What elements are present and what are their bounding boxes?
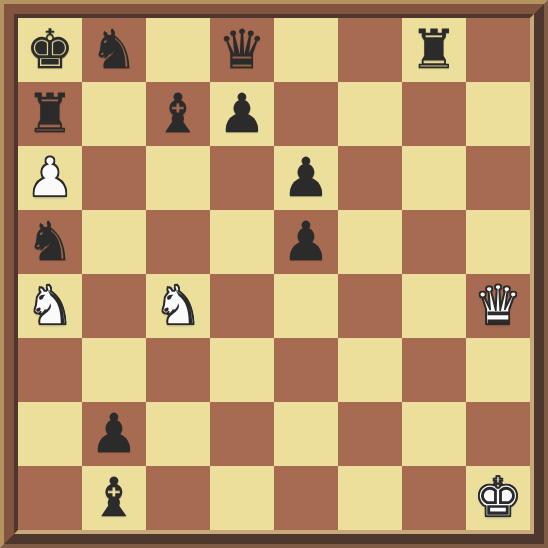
- white-king-piece[interactable]: ♚: [474, 466, 522, 530]
- square-a6[interactable]: ♟: [18, 146, 82, 210]
- square-g6[interactable]: [402, 146, 466, 210]
- square-d7[interactable]: ♟: [210, 82, 274, 146]
- white-pawn-piece[interactable]: ♟: [26, 146, 74, 210]
- square-a4[interactable]: ♞: [18, 274, 82, 338]
- square-e3[interactable]: [274, 338, 338, 402]
- square-c2[interactable]: [146, 402, 210, 466]
- black-pawn-piece[interactable]: ♟: [282, 146, 330, 210]
- square-d8[interactable]: ♛: [210, 18, 274, 82]
- square-e7[interactable]: [274, 82, 338, 146]
- square-g3[interactable]: [402, 338, 466, 402]
- chess-board-frame-inner: ♚♞♛♜♜♝♟♟♟♞♟♞♞♛♟♝♚: [14, 14, 534, 534]
- square-d3[interactable]: [210, 338, 274, 402]
- black-pawn-piece[interactable]: ♟: [218, 82, 266, 146]
- black-knight-piece[interactable]: ♞: [90, 18, 138, 82]
- square-e5[interactable]: ♟: [274, 210, 338, 274]
- square-h8[interactable]: [466, 18, 530, 82]
- black-knight-piece[interactable]: ♞: [26, 210, 74, 274]
- square-f1[interactable]: [338, 466, 402, 530]
- square-b1[interactable]: ♝: [82, 466, 146, 530]
- square-h3[interactable]: [466, 338, 530, 402]
- square-e6[interactable]: ♟: [274, 146, 338, 210]
- square-d2[interactable]: [210, 402, 274, 466]
- black-pawn-piece[interactable]: ♟: [90, 402, 138, 466]
- square-c1[interactable]: [146, 466, 210, 530]
- chess-board-frame-mid: ♚♞♛♜♜♝♟♟♟♞♟♞♞♛♟♝♚: [4, 4, 544, 544]
- square-b3[interactable]: [82, 338, 146, 402]
- square-b4[interactable]: [82, 274, 146, 338]
- square-g2[interactable]: [402, 402, 466, 466]
- square-h2[interactable]: [466, 402, 530, 466]
- square-b8[interactable]: ♞: [82, 18, 146, 82]
- chess-board: ♚♞♛♜♜♝♟♟♟♞♟♞♞♛♟♝♚: [18, 18, 530, 530]
- square-c5[interactable]: [146, 210, 210, 274]
- square-h4[interactable]: ♛: [466, 274, 530, 338]
- square-f5[interactable]: [338, 210, 402, 274]
- square-a3[interactable]: [18, 338, 82, 402]
- square-g7[interactable]: [402, 82, 466, 146]
- square-b5[interactable]: [82, 210, 146, 274]
- square-f7[interactable]: [338, 82, 402, 146]
- square-e4[interactable]: [274, 274, 338, 338]
- black-rook-piece[interactable]: ♜: [410, 18, 458, 82]
- square-h6[interactable]: [466, 146, 530, 210]
- chess-board-frame: ♚♞♛♜♜♝♟♟♟♞♟♞♞♛♟♝♚: [0, 0, 548, 548]
- black-bishop-piece[interactable]: ♝: [154, 82, 202, 146]
- square-e8[interactable]: [274, 18, 338, 82]
- square-c7[interactable]: ♝: [146, 82, 210, 146]
- square-f2[interactable]: [338, 402, 402, 466]
- square-f8[interactable]: [338, 18, 402, 82]
- white-knight-piece[interactable]: ♞: [26, 274, 74, 338]
- black-rook-piece[interactable]: ♜: [26, 82, 74, 146]
- square-b2[interactable]: ♟: [82, 402, 146, 466]
- square-e1[interactable]: [274, 466, 338, 530]
- square-d1[interactable]: [210, 466, 274, 530]
- square-a7[interactable]: ♜: [18, 82, 82, 146]
- square-f4[interactable]: [338, 274, 402, 338]
- square-h1[interactable]: ♚: [466, 466, 530, 530]
- square-g1[interactable]: [402, 466, 466, 530]
- square-e2[interactable]: [274, 402, 338, 466]
- square-d6[interactable]: [210, 146, 274, 210]
- square-b7[interactable]: [82, 82, 146, 146]
- square-d4[interactable]: [210, 274, 274, 338]
- black-king-piece[interactable]: ♚: [26, 18, 74, 82]
- square-a5[interactable]: ♞: [18, 210, 82, 274]
- square-g5[interactable]: [402, 210, 466, 274]
- black-queen-piece[interactable]: ♛: [218, 18, 266, 82]
- square-d5[interactable]: [210, 210, 274, 274]
- white-knight-piece[interactable]: ♞: [154, 274, 202, 338]
- square-h5[interactable]: [466, 210, 530, 274]
- square-a1[interactable]: [18, 466, 82, 530]
- square-a8[interactable]: ♚: [18, 18, 82, 82]
- square-c6[interactable]: [146, 146, 210, 210]
- square-c3[interactable]: [146, 338, 210, 402]
- square-c4[interactable]: ♞: [146, 274, 210, 338]
- white-queen-piece[interactable]: ♛: [474, 274, 522, 338]
- black-bishop-piece[interactable]: ♝: [90, 466, 138, 530]
- square-g4[interactable]: [402, 274, 466, 338]
- square-h7[interactable]: [466, 82, 530, 146]
- square-f3[interactable]: [338, 338, 402, 402]
- square-a2[interactable]: [18, 402, 82, 466]
- square-f6[interactable]: [338, 146, 402, 210]
- black-pawn-piece[interactable]: ♟: [282, 210, 330, 274]
- square-c8[interactable]: [146, 18, 210, 82]
- square-g8[interactable]: ♜: [402, 18, 466, 82]
- square-b6[interactable]: [82, 146, 146, 210]
